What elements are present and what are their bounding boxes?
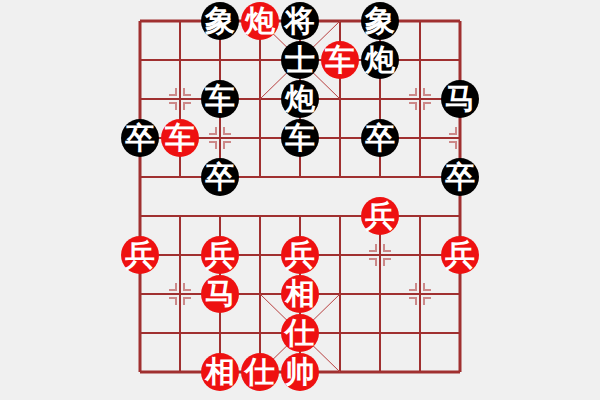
piece-black-chariot[interactable]: 车: [201, 80, 239, 118]
xiangqi-board: 象炮将象士车炮车炮马卒车车卒卒卒兵兵兵兵兵马相仕相仕帅: [0, 0, 600, 400]
piece-red-advisor[interactable]: 仕: [241, 353, 279, 391]
piece-red-soldier[interactable]: 兵: [121, 236, 159, 274]
piece-black-advisor[interactable]: 士: [281, 41, 319, 79]
piece-red-soldier[interactable]: 兵: [281, 236, 319, 274]
piece-black-soldier[interactable]: 卒: [441, 158, 479, 196]
piece-black-cannon[interactable]: 炮: [361, 41, 399, 79]
piece-black-general[interactable]: 将: [281, 2, 319, 40]
piece-red-chariot[interactable]: 车: [161, 119, 199, 157]
pieces-layer: 象炮将象士车炮车炮马卒车车卒卒卒兵兵兵兵兵马相仕相仕帅: [120, 2, 480, 392]
piece-black-soldier[interactable]: 卒: [201, 158, 239, 196]
piece-black-elephant[interactable]: 象: [201, 2, 239, 40]
piece-red-horse[interactable]: 马: [201, 275, 239, 313]
piece-red-chariot[interactable]: 车: [321, 41, 359, 79]
piece-black-elephant[interactable]: 象: [361, 2, 399, 40]
piece-black-soldier[interactable]: 卒: [121, 119, 159, 157]
piece-black-horse[interactable]: 马: [441, 80, 479, 118]
piece-red-soldier[interactable]: 兵: [441, 236, 479, 274]
piece-black-chariot[interactable]: 车: [281, 119, 319, 157]
piece-red-advisor[interactable]: 仕: [281, 314, 319, 352]
piece-red-general[interactable]: 帅: [281, 353, 319, 391]
piece-red-soldier[interactable]: 兵: [361, 197, 399, 235]
piece-red-cannon[interactable]: 炮: [241, 2, 279, 40]
piece-black-cannon[interactable]: 炮: [281, 80, 319, 118]
piece-red-soldier[interactable]: 兵: [201, 236, 239, 274]
screen: 象炮将象士车炮车炮马卒车车卒卒卒兵兵兵兵兵马相仕相仕帅: [0, 0, 600, 400]
piece-red-elephant[interactable]: 相: [281, 275, 319, 313]
piece-red-elephant[interactable]: 相: [201, 353, 239, 391]
piece-black-soldier[interactable]: 卒: [361, 119, 399, 157]
